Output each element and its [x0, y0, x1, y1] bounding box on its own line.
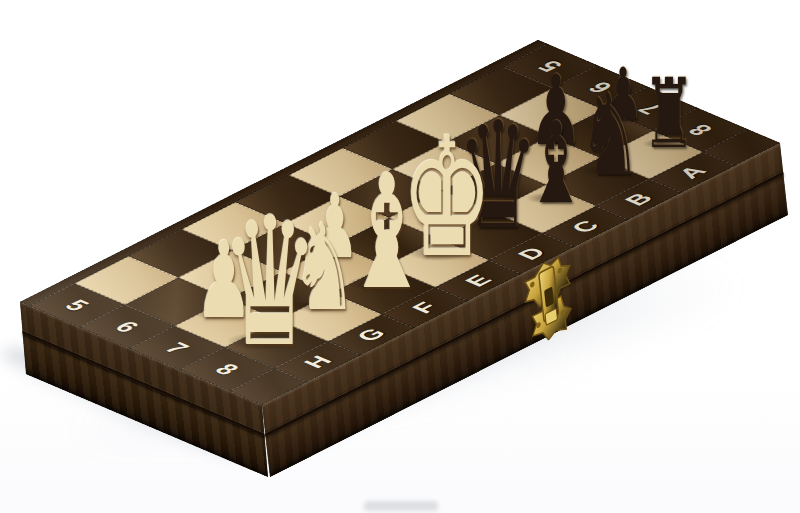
- piece-black-knight-b8: ♞: [578, 79, 641, 192]
- piece-white-queen-h8: ♛: [221, 195, 320, 373]
- piece-black-rook-a8: ♜: [642, 66, 695, 162]
- watermark-smudge: [364, 501, 438, 511]
- product-photo-scene: ABCDEFGH87658765 ♟♟♜♞♝♛♚♟♝♞♟♛: [0, 0, 800, 513]
